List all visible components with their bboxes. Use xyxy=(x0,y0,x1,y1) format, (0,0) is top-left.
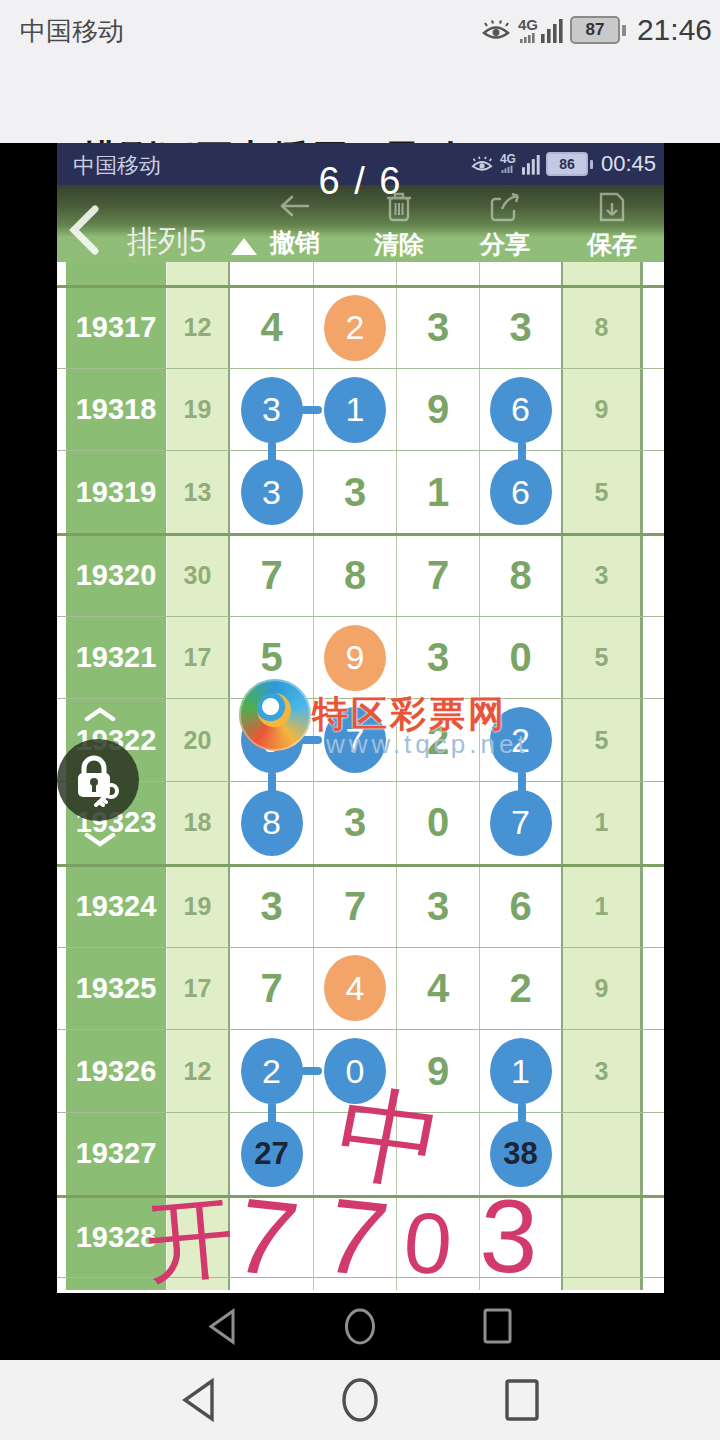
outer-nav-bar xyxy=(0,1360,720,1440)
nav-recents-icon[interactable] xyxy=(507,1381,537,1419)
digit-value: 2 xyxy=(509,966,531,1011)
handwritten-kai: 开 xyxy=(142,1192,237,1287)
clear-label: 清除 xyxy=(351,228,447,261)
digit-value: 7 xyxy=(260,966,282,1011)
tail-cell: 1 xyxy=(563,782,643,864)
blue-circle-number[interactable]: 6 xyxy=(490,459,552,525)
tail-cell xyxy=(563,262,643,285)
circle-connector-vertical xyxy=(518,771,526,795)
digit-value: 8 xyxy=(509,553,531,598)
digit-value: 8 xyxy=(344,553,366,598)
left-edge xyxy=(57,536,66,616)
sum-cell xyxy=(167,1113,230,1195)
digit-value: 3 xyxy=(344,470,366,515)
period-cell xyxy=(66,262,167,285)
inner-nav-bar xyxy=(57,1293,664,1360)
digit-value: 4 xyxy=(260,305,282,350)
period-cell: 19317 xyxy=(66,288,167,368)
blue-circle-number[interactable]: 7 xyxy=(490,790,552,856)
period-cell: 19324 xyxy=(66,867,167,947)
orange-circle-number[interactable]: 9 xyxy=(324,625,386,691)
phone-screen: 中国移动 4G 87 21:46 xyxy=(0,0,720,1440)
left-edge xyxy=(57,1113,66,1195)
digit-cell[interactable]: 3 xyxy=(314,451,397,533)
sum-cell: 13 xyxy=(167,451,230,533)
digit-cell[interactable]: 7 xyxy=(230,948,314,1030)
digit-cell[interactable]: 1 xyxy=(314,369,397,451)
left-edge xyxy=(57,1198,66,1278)
table-row-partial xyxy=(57,262,664,285)
circle-connector-vertical xyxy=(268,1102,276,1126)
digit-cell[interactable]: 9 xyxy=(314,617,397,699)
digit-value: 3 xyxy=(427,635,449,680)
back-chevron-icon[interactable] xyxy=(67,205,101,255)
digit-cell[interactable]: 3 xyxy=(397,867,480,947)
digit-cell[interactable]: 3 xyxy=(230,867,314,947)
table-row: 193191333165 xyxy=(57,450,664,533)
nav-home-icon[interactable] xyxy=(344,1380,376,1420)
sum-cell: 30 xyxy=(167,536,230,616)
circle-connector-vertical xyxy=(268,440,276,464)
left-edge xyxy=(57,617,66,699)
game-selector-label[interactable]: 排列5 xyxy=(127,221,206,263)
digit-cell[interactable]: 2 xyxy=(230,1030,314,1112)
battery-percent: 87 xyxy=(585,20,604,40)
sum-cell: 18 xyxy=(167,782,230,864)
digit-cell[interactable]: 1 xyxy=(397,451,480,533)
save-label: 保存 xyxy=(564,228,660,261)
digit-value: 5 xyxy=(260,635,282,680)
digit-cell[interactable]: 4 xyxy=(314,948,397,1030)
carrier-label: 中国移动 xyxy=(20,14,124,49)
tail-cell: 8 xyxy=(563,288,643,368)
digit-value: 7 xyxy=(344,884,366,929)
sum-cell: 19 xyxy=(167,369,230,451)
left-edge xyxy=(57,288,66,368)
left-edge xyxy=(57,369,66,451)
digit-cell[interactable]: 7 xyxy=(397,536,480,616)
digit-value: 0 xyxy=(427,800,449,845)
tail-cell: 1 xyxy=(563,867,643,947)
digit-value: 3 xyxy=(260,884,282,929)
sum-cell: 17 xyxy=(167,948,230,1030)
digit-value: 3 xyxy=(427,305,449,350)
digit-cell[interactable]: 6 xyxy=(480,369,563,451)
digit-cell[interactable]: 6 xyxy=(480,867,563,947)
digit-value: 7 xyxy=(427,553,449,598)
clock-label: 21:46 xyxy=(637,13,712,47)
table-row: 193231883071 xyxy=(57,781,664,864)
blue-circle-number[interactable]: 3 xyxy=(241,459,303,525)
left-edge xyxy=(57,1030,66,1112)
right-edge xyxy=(643,1278,664,1290)
sum-cell: 12 xyxy=(167,1030,230,1112)
tail-cell xyxy=(563,1113,643,1195)
blue-circle-number[interactable]: 1 xyxy=(324,377,386,443)
tail-cell xyxy=(563,1198,643,1278)
digit-cell[interactable]: 7 xyxy=(230,536,314,616)
digit-cell[interactable]: 1 xyxy=(480,1030,563,1112)
sum-cell xyxy=(167,262,230,285)
tail-cell: 9 xyxy=(563,948,643,1030)
tail-cell: 3 xyxy=(563,536,643,616)
left-edge xyxy=(57,948,66,1030)
tail-cell: 9 xyxy=(563,369,643,451)
right-edge xyxy=(643,617,664,699)
inner-nav-home-icon[interactable] xyxy=(347,1310,374,1343)
tail-cell: 5 xyxy=(563,451,643,533)
outer-status-bar: 中国移动 4G 87 21:46 xyxy=(0,0,720,60)
circle-connector-vertical xyxy=(268,771,276,795)
lock-key-button[interactable] xyxy=(57,739,139,821)
circle-connector-horizontal xyxy=(300,406,322,414)
digit-value: 6 xyxy=(509,884,531,929)
battery-icon: 87 xyxy=(570,16,620,44)
right-edge xyxy=(643,948,664,1030)
circle-connector-horizontal xyxy=(300,1067,322,1075)
digit-cell[interactable]: 0 xyxy=(397,782,480,864)
network-type-label: 4G xyxy=(518,19,538,31)
right-edge xyxy=(643,1030,664,1112)
sum-cell: 12 xyxy=(167,288,230,368)
digit-value: 3 xyxy=(509,305,531,350)
inner-nav-recents-icon[interactable] xyxy=(485,1310,510,1342)
orange-circle-number[interactable]: 4 xyxy=(324,955,386,1021)
eye-comfort-icon xyxy=(481,17,511,43)
digit-cell[interactable]: 8 xyxy=(314,536,397,616)
blue-circle-number[interactable]: 3 xyxy=(241,377,303,443)
handwritten-digit-3: 0 xyxy=(401,1198,455,1287)
page-indicator: 6 / 6 xyxy=(57,160,664,203)
digit-value: 3 xyxy=(344,800,366,845)
digit-cell[interactable]: 8 xyxy=(480,536,563,616)
sum-cell: 19 xyxy=(167,867,230,947)
signal-icon: 4G xyxy=(518,17,563,43)
digit-cell[interactable]: 0 xyxy=(480,617,563,699)
digit-value: 7 xyxy=(260,553,282,598)
period-cell: 19318 xyxy=(66,369,167,451)
digit-cell[interactable]: 2 xyxy=(314,288,397,368)
digit-cell[interactable] xyxy=(314,262,397,285)
digit-value: 9 xyxy=(427,387,449,432)
table-row: 193171242338 xyxy=(57,285,664,368)
digit-cell[interactable]: 3 xyxy=(480,288,563,368)
chevron-down-icon[interactable] xyxy=(84,832,116,848)
digit-cell[interactable]: 3 xyxy=(397,617,480,699)
watermark-swirl-logo xyxy=(239,679,311,751)
right-edge xyxy=(643,699,664,781)
period-cell: 19326 xyxy=(66,1030,167,1112)
digit-value: 0 xyxy=(509,635,531,680)
tail-cell: 5 xyxy=(563,699,643,781)
period-cell: 19327 xyxy=(66,1113,167,1195)
digit-cell[interactable]: 4 xyxy=(230,288,314,368)
table-row: 193181931969 xyxy=(57,368,664,451)
signal-bars-icon xyxy=(541,17,563,43)
tail-cell xyxy=(563,1278,643,1290)
digit-cell[interactable]: 3 xyxy=(230,369,314,451)
digit-cell[interactable]: 2 xyxy=(480,948,563,1030)
right-edge xyxy=(643,451,664,533)
wechat-header: 排列三五点播厅(1元/次) xyxy=(0,60,720,143)
digit-cell[interactable]: 4 xyxy=(397,948,480,1030)
right-edge xyxy=(643,288,664,368)
undo-label: 撤销 xyxy=(247,226,343,259)
blue-circle-number[interactable]: 8 xyxy=(241,790,303,856)
padlock-key-icon xyxy=(70,753,126,807)
chevron-up-icon[interactable] xyxy=(84,706,116,722)
right-edge xyxy=(643,369,664,451)
table-row: 193241937361 xyxy=(57,864,664,947)
left-edge xyxy=(57,262,66,285)
blue-circle-number[interactable]: 6 xyxy=(490,377,552,443)
period-cell: 19321 xyxy=(66,617,167,699)
handwritten-digit-4: 3 xyxy=(478,1183,539,1289)
right-edge xyxy=(643,262,664,285)
period-cell: 19325 xyxy=(66,948,167,1030)
period-cell: 19319 xyxy=(66,451,167,533)
circle-connector-vertical xyxy=(518,1102,526,1126)
digit-cell[interactable]: 7 xyxy=(314,867,397,947)
digit-cell[interactable] xyxy=(230,262,314,285)
right-edge xyxy=(643,536,664,616)
tail-cell: 3 xyxy=(563,1030,643,1112)
table-row: 193251774429 xyxy=(57,947,664,1030)
period-cell: 19320 xyxy=(66,536,167,616)
digit-cell[interactable]: 9 xyxy=(397,369,480,451)
table-row: 193203078783 xyxy=(57,533,664,616)
digit-cell[interactable] xyxy=(480,262,563,285)
digit-value: 3 xyxy=(427,884,449,929)
right-edge xyxy=(643,782,664,864)
right-edge xyxy=(643,1198,664,1278)
circle-connector-vertical xyxy=(518,440,526,464)
right-edge xyxy=(643,1113,664,1195)
sum-cell: 20 xyxy=(167,699,230,781)
digit-cell[interactable]: 3 xyxy=(314,782,397,864)
left-edge xyxy=(57,867,66,947)
blue-circle-number[interactable]: 1 xyxy=(490,1038,552,1104)
tail-cell: 5 xyxy=(563,617,643,699)
sum-cell: 17 xyxy=(167,617,230,699)
orange-circle-number[interactable]: 2 xyxy=(324,295,386,361)
share-label: 分享 xyxy=(457,228,553,261)
blue-circle-number[interactable]: 2 xyxy=(241,1038,303,1104)
nav-back-icon[interactable] xyxy=(185,1381,212,1419)
digit-value: 1 xyxy=(427,470,449,515)
digit-cell[interactable]: 3 xyxy=(397,288,480,368)
digit-cell[interactable] xyxy=(397,262,480,285)
left-edge xyxy=(57,451,66,533)
table-row: 193211759305 xyxy=(57,616,664,699)
watermark-url: www.tqcp.net xyxy=(326,729,529,760)
inner-nav-back-icon[interactable] xyxy=(211,1311,233,1342)
right-edge xyxy=(643,867,664,947)
left-edge xyxy=(57,1278,66,1290)
digit-value: 4 xyxy=(427,966,449,1011)
